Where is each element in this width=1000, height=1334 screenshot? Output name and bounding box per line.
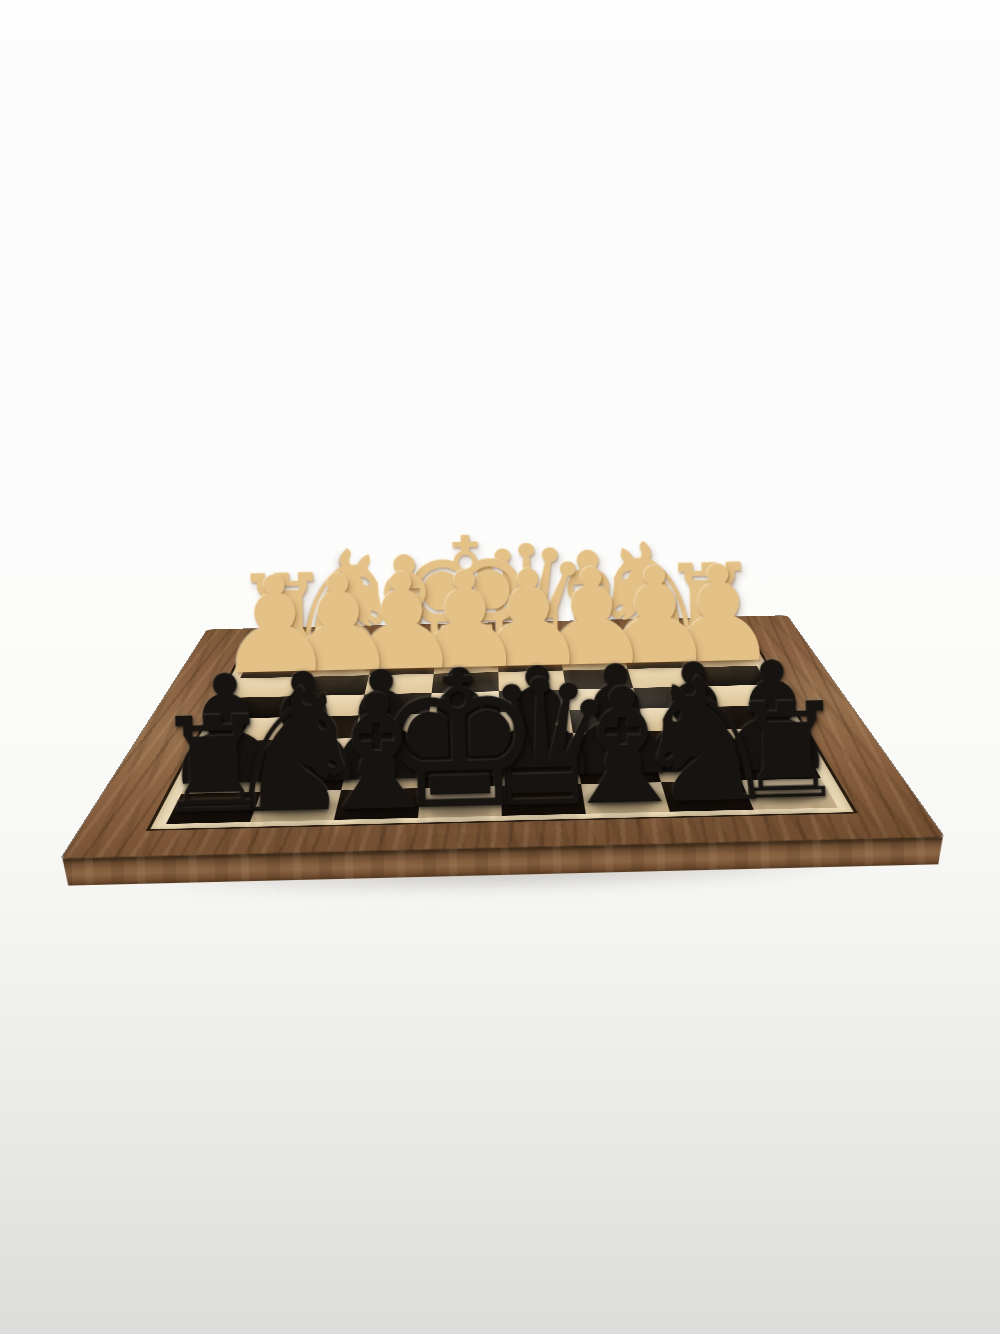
pieces-layer: ♜♜♞♞♝♝♛♛♚♚♝♝♞♞♜♜♟♟♟♟♟♟♟♟♟♟♟♟♟♟♟♟♟♟♟♟♟♟♟♟… [0, 0, 1000, 1334]
board-wrap: ♜♜♞♞♝♝♛♛♚♚♝♝♞♞♜♜♟♟♟♟♟♟♟♟♟♟♟♟♟♟♟♟♟♟♟♟♟♟♟♟… [0, 0, 1000, 1334]
black-rook-icon: ♜ [153, 698, 274, 833]
product-photo-scene: ♜♜♞♞♝♝♛♛♚♚♝♝♞♞♜♜♟♟♟♟♟♟♟♟♟♟♟♟♟♟♟♟♟♟♟♟♟♟♟♟… [0, 0, 1000, 1334]
